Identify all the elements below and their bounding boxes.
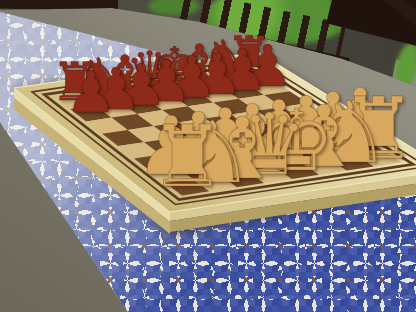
photo-chess-scene: ♜♞♝♚♟♛♟♝♟♞♟♜♟♟♟♟♟♟♟♜♟♞♟♝♟♚♟♛♟♝♞♜ bbox=[0, 0, 416, 312]
chessboard bbox=[0, 0, 416, 312]
